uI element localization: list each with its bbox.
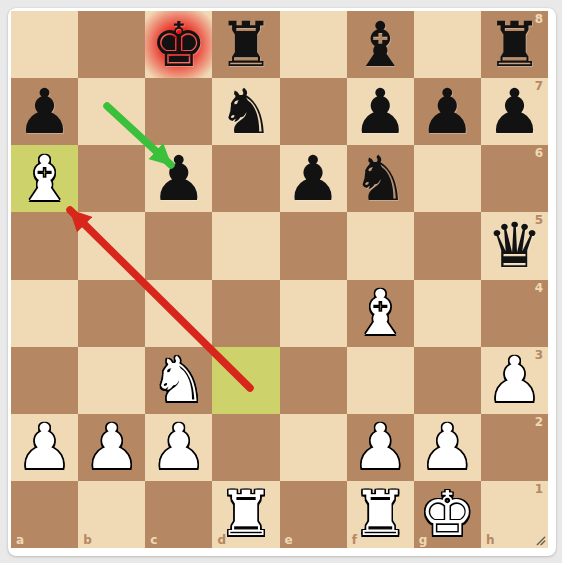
square-b1[interactable]: b — [78, 481, 145, 548]
square-b3[interactable] — [78, 347, 145, 414]
square-g6[interactable] — [414, 145, 481, 212]
square-f4[interactable]: ♝ — [347, 280, 414, 347]
square-g2[interactable]: ♟ — [414, 414, 481, 481]
square-f7[interactable]: ♟ — [347, 78, 414, 145]
square-b6[interactable] — [78, 145, 145, 212]
rank-label-6: 6 — [535, 147, 543, 159]
board-wrap: ♚♜♝♜8♟♞♟♟♟7♝♟♟♞6♛5♝4♞♟3♟♟♟♟♟2abc♜de♜f♚gh… — [11, 11, 548, 548]
square-e7[interactable] — [280, 78, 347, 145]
white-bishop[interactable]: ♝ — [347, 280, 414, 347]
square-d8[interactable]: ♜ — [212, 11, 279, 78]
square-a6[interactable]: ♝ — [11, 145, 78, 212]
square-d5[interactable] — [212, 212, 279, 279]
white-pawn[interactable]: ♟ — [11, 414, 78, 481]
black-bishop[interactable]: ♝ — [347, 11, 414, 78]
black-knight[interactable]: ♞ — [212, 78, 279, 145]
square-f5[interactable] — [347, 212, 414, 279]
black-pawn[interactable]: ♟ — [145, 145, 212, 212]
square-e4[interactable] — [280, 280, 347, 347]
square-g8[interactable] — [414, 11, 481, 78]
square-h6[interactable]: 6 — [481, 145, 548, 212]
chess-board: ♚♜♝♜8♟♞♟♟♟7♝♟♟♞6♛5♝4♞♟3♟♟♟♟♟2abc♜de♜f♚gh… — [11, 11, 548, 548]
white-bishop[interactable]: ♝ — [11, 145, 78, 212]
square-a2[interactable]: ♟ — [11, 414, 78, 481]
file-label-b: b — [83, 534, 92, 546]
square-e1[interactable]: e — [280, 481, 347, 548]
black-rook[interactable]: ♜ — [212, 11, 279, 78]
black-pawn[interactable]: ♟ — [11, 78, 78, 145]
square-b7[interactable] — [78, 78, 145, 145]
square-c1[interactable]: c — [145, 481, 212, 548]
square-g4[interactable] — [414, 280, 481, 347]
black-pawn[interactable]: ♟ — [280, 145, 347, 212]
square-g5[interactable] — [414, 212, 481, 279]
square-g7[interactable]: ♟ — [414, 78, 481, 145]
square-c2[interactable]: ♟ — [145, 414, 212, 481]
square-h5[interactable]: ♛5 — [481, 212, 548, 279]
white-pawn[interactable]: ♟ — [145, 414, 212, 481]
square-h7[interactable]: ♟7 — [481, 78, 548, 145]
square-a4[interactable] — [11, 280, 78, 347]
black-knight[interactable]: ♞ — [347, 145, 414, 212]
square-d3[interactable] — [212, 347, 279, 414]
square-d7[interactable]: ♞ — [212, 78, 279, 145]
square-e5[interactable] — [280, 212, 347, 279]
square-h8[interactable]: ♜8 — [481, 11, 548, 78]
square-f8[interactable]: ♝ — [347, 11, 414, 78]
square-e8[interactable] — [280, 11, 347, 78]
square-c4[interactable] — [145, 280, 212, 347]
square-g1[interactable]: ♚g — [414, 481, 481, 548]
square-f3[interactable] — [347, 347, 414, 414]
white-knight[interactable]: ♞ — [145, 347, 212, 414]
square-f6[interactable]: ♞ — [347, 145, 414, 212]
square-d6[interactable] — [212, 145, 279, 212]
square-c3[interactable]: ♞ — [145, 347, 212, 414]
square-h2[interactable]: 2 — [481, 414, 548, 481]
square-d2[interactable] — [212, 414, 279, 481]
file-label-c: c — [150, 534, 157, 546]
file-label-e: e — [285, 534, 293, 546]
white-pawn[interactable]: ♟ — [347, 414, 414, 481]
square-e2[interactable] — [280, 414, 347, 481]
square-a5[interactable] — [11, 212, 78, 279]
square-e6[interactable]: ♟ — [280, 145, 347, 212]
square-h3[interactable]: ♟3 — [481, 347, 548, 414]
square-c8[interactable]: ♚ — [145, 11, 212, 78]
white-rook[interactable]: ♜ — [347, 481, 414, 548]
white-rook[interactable]: ♜ — [212, 481, 279, 548]
board-card: ♚♜♝♜8♟♞♟♟♟7♝♟♟♞6♛5♝4♞♟3♟♟♟♟♟2abc♜de♜f♚gh… — [8, 8, 556, 556]
square-d4[interactable] — [212, 280, 279, 347]
square-h4[interactable]: 4 — [481, 280, 548, 347]
square-c7[interactable] — [145, 78, 212, 145]
square-g3[interactable] — [414, 347, 481, 414]
square-f2[interactable]: ♟ — [347, 414, 414, 481]
square-c6[interactable]: ♟ — [145, 145, 212, 212]
square-b4[interactable] — [78, 280, 145, 347]
square-b2[interactable]: ♟ — [78, 414, 145, 481]
black-king[interactable]: ♚ — [145, 11, 212, 78]
rank-label-2: 2 — [535, 416, 543, 428]
square-b5[interactable] — [78, 212, 145, 279]
square-e3[interactable] — [280, 347, 347, 414]
black-queen[interactable]: ♛ — [481, 212, 548, 279]
square-a3[interactable] — [11, 347, 78, 414]
file-label-h: h — [486, 534, 495, 546]
square-a1[interactable]: a — [11, 481, 78, 548]
square-d1[interactable]: ♜d — [212, 481, 279, 548]
black-pawn[interactable]: ♟ — [414, 78, 481, 145]
square-a8[interactable] — [11, 11, 78, 78]
square-a7[interactable]: ♟ — [11, 78, 78, 145]
rank-label-4: 4 — [535, 282, 543, 294]
resize-handle-icon[interactable] — [534, 534, 547, 547]
black-pawn[interactable]: ♟ — [481, 78, 548, 145]
rank-label-1: 1 — [535, 483, 543, 495]
white-pawn[interactable]: ♟ — [481, 347, 548, 414]
white-pawn[interactable]: ♟ — [78, 414, 145, 481]
white-king[interactable]: ♚ — [414, 481, 481, 548]
square-c5[interactable] — [145, 212, 212, 279]
file-label-a: a — [16, 534, 24, 546]
black-rook[interactable]: ♜ — [481, 11, 548, 78]
square-f1[interactable]: ♜f — [347, 481, 414, 548]
square-b8[interactable] — [78, 11, 145, 78]
white-pawn[interactable]: ♟ — [414, 414, 481, 481]
black-pawn[interactable]: ♟ — [347, 78, 414, 145]
